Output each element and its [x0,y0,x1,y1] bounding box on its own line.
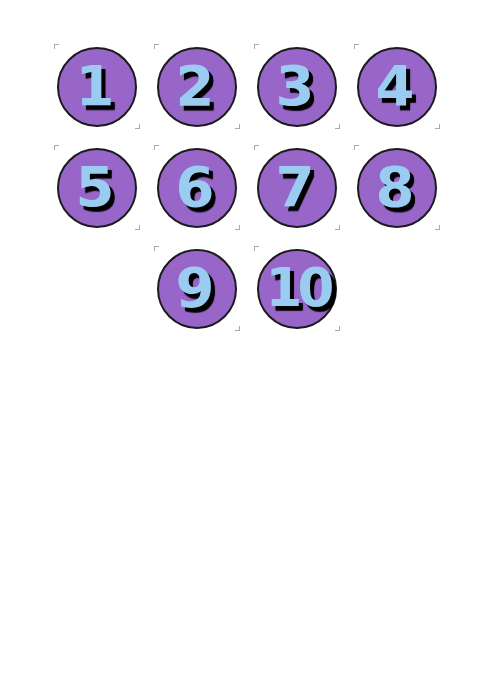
circle-number: 6 [176,159,215,215]
cell-corner-mark [254,145,259,150]
circle-number: 4 [376,58,415,114]
worksheet-page: 1 2 3 4 5 [0,0,494,699]
grid-cell-r2c2: 6 [154,145,240,230]
cell-corner-mark [154,145,159,150]
number-circle-grid: 1 2 3 4 5 [54,44,440,331]
cell-corner-mark [135,225,140,230]
grid-cell-r1c2: 2 [154,44,240,129]
number-circle-4[interactable]: 4 [357,47,437,127]
cell-corner-mark [54,44,59,49]
cell-corner-mark [154,44,159,49]
cell-corner-mark [354,145,359,150]
number-circle-8[interactable]: 8 [357,148,437,228]
cell-corner-mark [335,124,340,129]
cell-corner-mark [354,44,359,49]
number-circle-6[interactable]: 6 [157,148,237,228]
cell-corner-mark [54,145,59,150]
grid-cell-r3c1-empty [54,246,140,331]
cell-corner-mark [435,124,440,129]
grid-cell-r2c1: 5 [54,145,140,230]
cell-corner-mark [335,225,340,230]
cell-corner-mark [254,44,259,49]
circle-number: 2 [176,58,215,114]
grid-cell-r3c4-empty [354,246,440,331]
grid-cell-r1c4: 4 [354,44,440,129]
circle-number: 7 [276,159,315,215]
circle-number: 10 [266,261,330,314]
cell-corner-mark [235,326,240,331]
grid-cell-r2c3: 7 [254,145,340,230]
number-circle-10[interactable]: 10 [257,249,337,329]
number-circle-5[interactable]: 5 [57,148,137,228]
circle-number: 9 [176,260,215,316]
circle-number: 8 [376,159,415,215]
cell-corner-mark [154,246,159,251]
cell-corner-mark [435,225,440,230]
grid-cell-r3c3: 10 [254,246,340,331]
cell-corner-mark [135,124,140,129]
number-circle-7[interactable]: 7 [257,148,337,228]
cell-corner-mark [235,225,240,230]
circle-number: 5 [76,159,115,215]
number-circle-9[interactable]: 9 [157,249,237,329]
circle-number: 1 [76,58,115,114]
number-circle-1[interactable]: 1 [57,47,137,127]
grid-cell-r1c3: 3 [254,44,340,129]
cell-corner-mark [335,326,340,331]
grid-cell-r2c4: 8 [354,145,440,230]
circle-number: 3 [276,58,315,114]
grid-cell-r1c1: 1 [54,44,140,129]
cell-corner-mark [254,246,259,251]
grid-cell-r3c2: 9 [154,246,240,331]
cell-corner-mark [235,124,240,129]
number-circle-2[interactable]: 2 [157,47,237,127]
number-circle-3[interactable]: 3 [257,47,337,127]
